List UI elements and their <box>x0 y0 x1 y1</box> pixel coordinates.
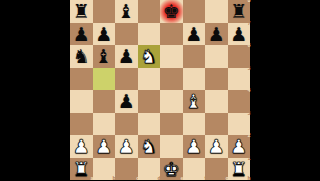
piece-black-pawn[interactable]: ♟ <box>93 23 116 46</box>
square-e4[interactable] <box>160 90 183 113</box>
square-g5[interactable] <box>205 68 228 91</box>
square-b7[interactable]: ♟ <box>93 23 116 46</box>
square-g7[interactable]: ♟ <box>205 23 228 46</box>
square-c7[interactable] <box>115 23 138 46</box>
square-b4[interactable] <box>93 90 116 113</box>
square-c6[interactable]: ♟ <box>115 45 138 68</box>
square-b6[interactable]: ♝ <box>93 45 116 68</box>
square-d7[interactable] <box>138 23 161 46</box>
square-h8[interactable]: ♜8 <box>228 0 251 23</box>
square-b1[interactable]: b <box>93 158 116 181</box>
square-e6[interactable] <box>160 45 183 68</box>
square-f2[interactable]: ♟ <box>183 135 206 158</box>
square-g4[interactable] <box>205 90 228 113</box>
square-d2[interactable]: ♞ <box>138 135 161 158</box>
letterbox-left <box>0 0 70 180</box>
piece-white-pawn[interactable]: ♟ <box>183 135 206 158</box>
piece-white-rook[interactable]: ♜ <box>70 158 93 181</box>
square-d4[interactable] <box>138 90 161 113</box>
piece-white-knight[interactable]: ♞ <box>138 45 161 68</box>
piece-white-pawn[interactable]: ♟ <box>93 135 116 158</box>
square-g1[interactable]: g <box>205 158 228 181</box>
letterbox-right <box>250 0 320 180</box>
square-h3[interactable]: 3 <box>228 113 251 136</box>
piece-black-rook[interactable]: ♜ <box>70 0 93 23</box>
square-b2[interactable]: ♟ <box>93 135 116 158</box>
square-d1[interactable]: d <box>138 158 161 181</box>
square-g8[interactable] <box>205 0 228 23</box>
square-e7[interactable] <box>160 23 183 46</box>
square-h5[interactable]: 5 <box>228 68 251 91</box>
square-a3[interactable] <box>70 113 93 136</box>
piece-black-rook[interactable]: ♜ <box>228 0 251 23</box>
square-g3[interactable] <box>205 113 228 136</box>
piece-black-bishop[interactable]: ♝ <box>115 0 138 23</box>
piece-black-pawn[interactable]: ♟ <box>183 23 206 46</box>
square-a7[interactable]: ♟ <box>70 23 93 46</box>
piece-white-pawn[interactable]: ♟ <box>70 135 93 158</box>
square-e1[interactable]: ♚e <box>160 158 183 181</box>
square-e2[interactable] <box>160 135 183 158</box>
piece-white-knight[interactable]: ♞ <box>138 135 161 158</box>
square-d6[interactable]: ♞ <box>138 45 161 68</box>
square-a2[interactable]: ♟ <box>70 135 93 158</box>
square-e3[interactable] <box>160 113 183 136</box>
piece-black-pawn[interactable]: ♟ <box>115 45 138 68</box>
square-c5[interactable] <box>115 68 138 91</box>
piece-black-pawn[interactable]: ♟ <box>228 23 251 46</box>
piece-white-bishop[interactable]: ♝ <box>183 90 206 113</box>
chess-board[interactable]: ♜♝♚♜8♟♟♟♟♟7♞♝♟♞65♟♝43♟♟♟♞♟♟♟2♜abcd♚efg♜h… <box>70 0 250 180</box>
square-b8[interactable] <box>93 0 116 23</box>
piece-white-rook[interactable]: ♜ <box>228 158 251 181</box>
video-frame: ♜♝♚♜8♟♟♟♟♟7♞♝♟♞65♟♝43♟♟♟♞♟♟♟2♜abcd♚efg♜h… <box>0 0 320 180</box>
square-a1[interactable]: ♜a <box>70 158 93 181</box>
square-g6[interactable] <box>205 45 228 68</box>
piece-white-pawn[interactable]: ♟ <box>205 135 228 158</box>
square-f8[interactable] <box>183 0 206 23</box>
square-g2[interactable]: ♟ <box>205 135 228 158</box>
square-b5[interactable] <box>93 68 116 91</box>
square-c8[interactable]: ♝ <box>115 0 138 23</box>
square-f1[interactable]: f <box>183 158 206 181</box>
square-e8[interactable]: ♚ <box>160 0 183 23</box>
piece-white-king[interactable]: ♚ <box>160 158 183 181</box>
square-h6[interactable]: 6 <box>228 45 251 68</box>
piece-black-pawn[interactable]: ♟ <box>70 23 93 46</box>
square-f4[interactable]: ♝ <box>183 90 206 113</box>
square-f6[interactable] <box>183 45 206 68</box>
square-f7[interactable]: ♟ <box>183 23 206 46</box>
square-a5[interactable] <box>70 68 93 91</box>
piece-black-knight[interactable]: ♞ <box>70 45 93 68</box>
square-d5[interactable] <box>138 68 161 91</box>
square-e5[interactable] <box>160 68 183 91</box>
square-f3[interactable] <box>183 113 206 136</box>
square-a6[interactable]: ♞ <box>70 45 93 68</box>
square-c2[interactable]: ♟ <box>115 135 138 158</box>
square-b3[interactable] <box>93 113 116 136</box>
square-a4[interactable] <box>70 90 93 113</box>
piece-black-bishop[interactable]: ♝ <box>93 45 116 68</box>
piece-white-pawn[interactable]: ♟ <box>228 135 251 158</box>
square-d3[interactable] <box>138 113 161 136</box>
square-c3[interactable] <box>115 113 138 136</box>
square-h4[interactable]: 4 <box>228 90 251 113</box>
piece-black-pawn[interactable]: ♟ <box>205 23 228 46</box>
square-f5[interactable] <box>183 68 206 91</box>
square-c4[interactable]: ♟ <box>115 90 138 113</box>
square-h1[interactable]: ♜h1 <box>228 158 251 181</box>
square-c1[interactable]: c <box>115 158 138 181</box>
piece-black-king[interactable]: ♚ <box>160 0 183 23</box>
square-h7[interactable]: ♟7 <box>228 23 251 46</box>
square-d8[interactable] <box>138 0 161 23</box>
square-h2[interactable]: ♟2 <box>228 135 251 158</box>
square-a8[interactable]: ♜ <box>70 0 93 23</box>
piece-black-pawn[interactable]: ♟ <box>115 90 138 113</box>
piece-white-pawn[interactable]: ♟ <box>115 135 138 158</box>
